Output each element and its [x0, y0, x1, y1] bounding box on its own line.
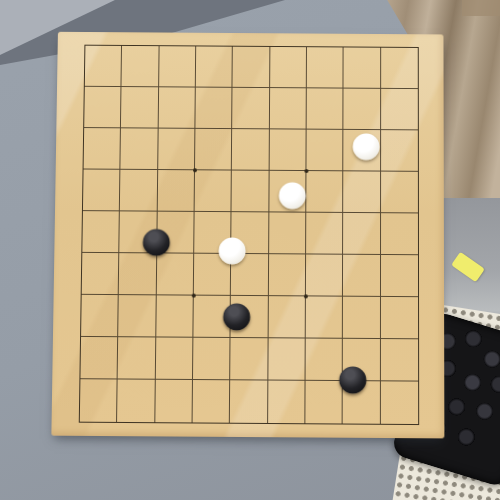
grid-cell-c7r2[interactable]	[307, 88, 344, 130]
grid-cell-c6r9[interactable]	[268, 381, 306, 424]
grid-cell-c2r2[interactable]	[121, 87, 159, 129]
grid-cell-c9r1[interactable]	[381, 48, 418, 89]
grid-cell-c9r4[interactable]	[381, 172, 418, 214]
grid-cell-c9r8[interactable]	[381, 339, 419, 382]
grid-cell-c8r7[interactable]	[343, 297, 380, 339]
star-point	[304, 169, 308, 173]
grid-cell-c4r4[interactable]	[195, 170, 233, 212]
grid-cell-c2r9[interactable]	[117, 379, 155, 422]
grid-cell-c3r7[interactable]	[156, 295, 194, 337]
grid-cell-c9r3[interactable]	[381, 130, 418, 172]
grid-cell-c5r1[interactable]	[233, 47, 270, 88]
grid-cell-c6r7[interactable]	[268, 296, 306, 338]
grid-cell-c2r7[interactable]	[118, 295, 156, 337]
grid-cell-c4r8[interactable]	[193, 338, 231, 381]
grid-cell-c6r3[interactable]	[269, 129, 306, 171]
white-stone[interactable]	[219, 237, 246, 264]
grid-cell-c4r9[interactable]	[193, 380, 231, 423]
grid-cell-c9r5[interactable]	[381, 213, 418, 255]
grid-cell-c7r7[interactable]	[306, 296, 344, 338]
wooden-table-edge	[462, 0, 500, 16]
price-sticker	[451, 252, 485, 282]
grid-cell-c7r4[interactable]	[306, 171, 343, 213]
grid-cell-c5r2[interactable]	[232, 88, 269, 130]
grid-cell-c7r5[interactable]	[306, 213, 343, 255]
grid-cell-c6r2[interactable]	[270, 88, 307, 130]
grid-cell-c9r7[interactable]	[381, 297, 418, 339]
black-stone[interactable]	[340, 367, 367, 394]
grid-cell-c3r9[interactable]	[155, 380, 193, 423]
grid-cell-c1r2[interactable]	[84, 87, 122, 129]
grid-cell-c7r6[interactable]	[306, 254, 343, 296]
black-stone[interactable]	[142, 229, 169, 256]
grid-cell-c5r8[interactable]	[230, 338, 268, 381]
grid-cell-c1r1[interactable]	[85, 46, 123, 87]
grid-cell-c8r2[interactable]	[344, 89, 381, 131]
grid-cell-c8r6[interactable]	[343, 255, 380, 297]
star-point	[193, 168, 197, 172]
grid-cell-c1r5[interactable]	[82, 211, 120, 253]
grid-cell-c3r3[interactable]	[158, 129, 196, 171]
grid-cell-c7r1[interactable]	[307, 47, 344, 88]
black-stone[interactable]	[223, 303, 250, 330]
grid-cell-c9r2[interactable]	[381, 89, 418, 131]
board-grid	[79, 45, 419, 425]
grid-cell-c4r1[interactable]	[196, 46, 233, 87]
grid-cell-c7r9[interactable]	[305, 381, 343, 424]
grid-cell-c4r3[interactable]	[195, 129, 232, 171]
grid-cell-c8r4[interactable]	[343, 171, 380, 213]
grid-cell-c3r6[interactable]	[156, 253, 194, 295]
grid-cell-c3r2[interactable]	[158, 87, 195, 129]
star-point	[304, 294, 308, 298]
grid-cell-c1r9[interactable]	[80, 379, 118, 422]
grid-cell-c2r4[interactable]	[120, 170, 158, 212]
grid-cell-c3r8[interactable]	[155, 337, 193, 380]
white-stone[interactable]	[279, 182, 306, 209]
grid-cell-c8r1[interactable]	[344, 47, 381, 88]
grid-cell-c2r8[interactable]	[118, 337, 156, 380]
grid-cell-c4r2[interactable]	[195, 88, 232, 130]
grid-cell-c9r6[interactable]	[381, 255, 418, 297]
grid-cell-c1r7[interactable]	[81, 295, 119, 337]
photo-scene	[0, 0, 500, 500]
grid-cell-c9r9[interactable]	[381, 381, 419, 424]
grid-cell-c6r5[interactable]	[269, 212, 306, 254]
grid-cell-c6r1[interactable]	[270, 47, 307, 88]
grid-cell-c6r6[interactable]	[269, 254, 307, 296]
grid-cell-c2r1[interactable]	[122, 46, 159, 87]
grid-cell-c5r9[interactable]	[230, 380, 268, 423]
star-point	[192, 294, 196, 298]
grid-cell-c8r5[interactable]	[343, 213, 380, 255]
grid-cell-c1r4[interactable]	[83, 169, 121, 211]
grid-cell-c1r6[interactable]	[82, 253, 120, 295]
grid-cell-c7r3[interactable]	[306, 130, 343, 172]
grid-cell-c1r3[interactable]	[84, 128, 122, 170]
grid-cell-c2r3[interactable]	[121, 128, 159, 170]
grid-cell-c3r4[interactable]	[157, 170, 195, 212]
grid-cell-c1r8[interactable]	[80, 337, 118, 380]
grid-cell-c7r8[interactable]	[306, 339, 344, 382]
white-stone[interactable]	[352, 133, 379, 160]
grid-cell-c2r6[interactable]	[119, 253, 157, 295]
grid-cell-c5r3[interactable]	[232, 129, 269, 171]
go-board	[51, 32, 444, 439]
grid-cell-c5r4[interactable]	[232, 171, 269, 213]
grid-cell-c6r8[interactable]	[268, 338, 306, 381]
grid-cell-c3r1[interactable]	[159, 46, 196, 87]
